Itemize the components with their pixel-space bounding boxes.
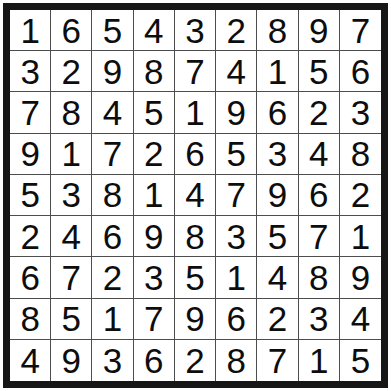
cell-r5-c1[interactable]: 5: [10, 175, 51, 216]
cell-r2-c9[interactable]: 6: [340, 51, 381, 92]
cell-r2-c8[interactable]: 5: [299, 51, 340, 92]
cell-r8-c5[interactable]: 9: [175, 299, 216, 340]
cell-r3-c2[interactable]: 8: [51, 92, 92, 133]
cell-r6-c9[interactable]: 1: [340, 216, 381, 257]
cell-r3-c5[interactable]: 1: [175, 92, 216, 133]
cell-r1-c8[interactable]: 9: [299, 10, 340, 51]
cell-r6-c1[interactable]: 2: [10, 216, 51, 257]
cell-r8-c7[interactable]: 2: [257, 299, 298, 340]
cell-r7-c7[interactable]: 4: [257, 257, 298, 298]
cell-r5-c7[interactable]: 9: [257, 175, 298, 216]
cell-r5-c9[interactable]: 2: [340, 175, 381, 216]
cell-r9-c6[interactable]: 8: [216, 340, 257, 381]
cell-r8-c2[interactable]: 5: [51, 299, 92, 340]
cell-r3-c4[interactable]: 5: [134, 92, 175, 133]
cell-r6-c7[interactable]: 5: [257, 216, 298, 257]
cell-r7-c2[interactable]: 7: [51, 257, 92, 298]
cell-r9-c8[interactable]: 1: [299, 340, 340, 381]
cell-r5-c3[interactable]: 8: [92, 175, 133, 216]
cell-r8-c9[interactable]: 4: [340, 299, 381, 340]
cell-r8-c4[interactable]: 7: [134, 299, 175, 340]
sudoku-board: 1654328973298741567845196239172653485381…: [3, 3, 388, 388]
cell-r7-c1[interactable]: 6: [10, 257, 51, 298]
cell-r4-c8[interactable]: 4: [299, 134, 340, 175]
cell-r5-c5[interactable]: 4: [175, 175, 216, 216]
cell-r6-c4[interactable]: 9: [134, 216, 175, 257]
cell-r3-c9[interactable]: 3: [340, 92, 381, 133]
cell-r4-c9[interactable]: 8: [340, 134, 381, 175]
cell-r8-c1[interactable]: 8: [10, 299, 51, 340]
cell-r9-c4[interactable]: 6: [134, 340, 175, 381]
cell-r3-c8[interactable]: 2: [299, 92, 340, 133]
cell-r8-c6[interactable]: 6: [216, 299, 257, 340]
cell-r3-c6[interactable]: 9: [216, 92, 257, 133]
cell-r7-c5[interactable]: 5: [175, 257, 216, 298]
cell-r2-c7[interactable]: 1: [257, 51, 298, 92]
cell-r1-c4[interactable]: 4: [134, 10, 175, 51]
cell-r9-c1[interactable]: 4: [10, 340, 51, 381]
cell-r7-c9[interactable]: 9: [340, 257, 381, 298]
cell-r5-c6[interactable]: 7: [216, 175, 257, 216]
cell-r1-c1[interactable]: 1: [10, 10, 51, 51]
cell-r2-c3[interactable]: 9: [92, 51, 133, 92]
cell-r1-c7[interactable]: 8: [257, 10, 298, 51]
cell-r9-c5[interactable]: 2: [175, 340, 216, 381]
cell-r9-c2[interactable]: 9: [51, 340, 92, 381]
cell-r4-c6[interactable]: 5: [216, 134, 257, 175]
cell-r9-c9[interactable]: 5: [340, 340, 381, 381]
cell-r2-c1[interactable]: 3: [10, 51, 51, 92]
cell-r1-c6[interactable]: 2: [216, 10, 257, 51]
cell-r7-c3[interactable]: 2: [92, 257, 133, 298]
cell-r4-c3[interactable]: 7: [92, 134, 133, 175]
cell-r2-c4[interactable]: 8: [134, 51, 175, 92]
cell-r4-c2[interactable]: 1: [51, 134, 92, 175]
cell-r2-c6[interactable]: 4: [216, 51, 257, 92]
puzzle-page: 1654328973298741567845196239172653485381…: [0, 0, 391, 391]
cell-r1-c3[interactable]: 5: [92, 10, 133, 51]
cell-r3-c1[interactable]: 7: [10, 92, 51, 133]
cell-r3-c7[interactable]: 6: [257, 92, 298, 133]
cell-r1-c2[interactable]: 6: [51, 10, 92, 51]
cell-r2-c2[interactable]: 2: [51, 51, 92, 92]
cell-r7-c4[interactable]: 3: [134, 257, 175, 298]
cell-r6-c5[interactable]: 8: [175, 216, 216, 257]
cell-r4-c1[interactable]: 9: [10, 134, 51, 175]
cell-r7-c6[interactable]: 1: [216, 257, 257, 298]
cell-r4-c7[interactable]: 3: [257, 134, 298, 175]
cell-r5-c8[interactable]: 6: [299, 175, 340, 216]
cell-r8-c3[interactable]: 1: [92, 299, 133, 340]
cell-r6-c3[interactable]: 6: [92, 216, 133, 257]
cell-r2-c5[interactable]: 7: [175, 51, 216, 92]
cell-r1-c9[interactable]: 7: [340, 10, 381, 51]
cell-r5-c2[interactable]: 3: [51, 175, 92, 216]
cell-r8-c8[interactable]: 3: [299, 299, 340, 340]
cell-r5-c4[interactable]: 1: [134, 175, 175, 216]
cell-r6-c8[interactable]: 7: [299, 216, 340, 257]
cell-r6-c2[interactable]: 4: [51, 216, 92, 257]
cell-r9-c7[interactable]: 7: [257, 340, 298, 381]
cell-r7-c8[interactable]: 8: [299, 257, 340, 298]
cell-r6-c6[interactable]: 3: [216, 216, 257, 257]
cell-r4-c5[interactable]: 6: [175, 134, 216, 175]
cell-r4-c4[interactable]: 2: [134, 134, 175, 175]
cell-r3-c3[interactable]: 4: [92, 92, 133, 133]
cell-r1-c5[interactable]: 3: [175, 10, 216, 51]
cell-r9-c3[interactable]: 3: [92, 340, 133, 381]
